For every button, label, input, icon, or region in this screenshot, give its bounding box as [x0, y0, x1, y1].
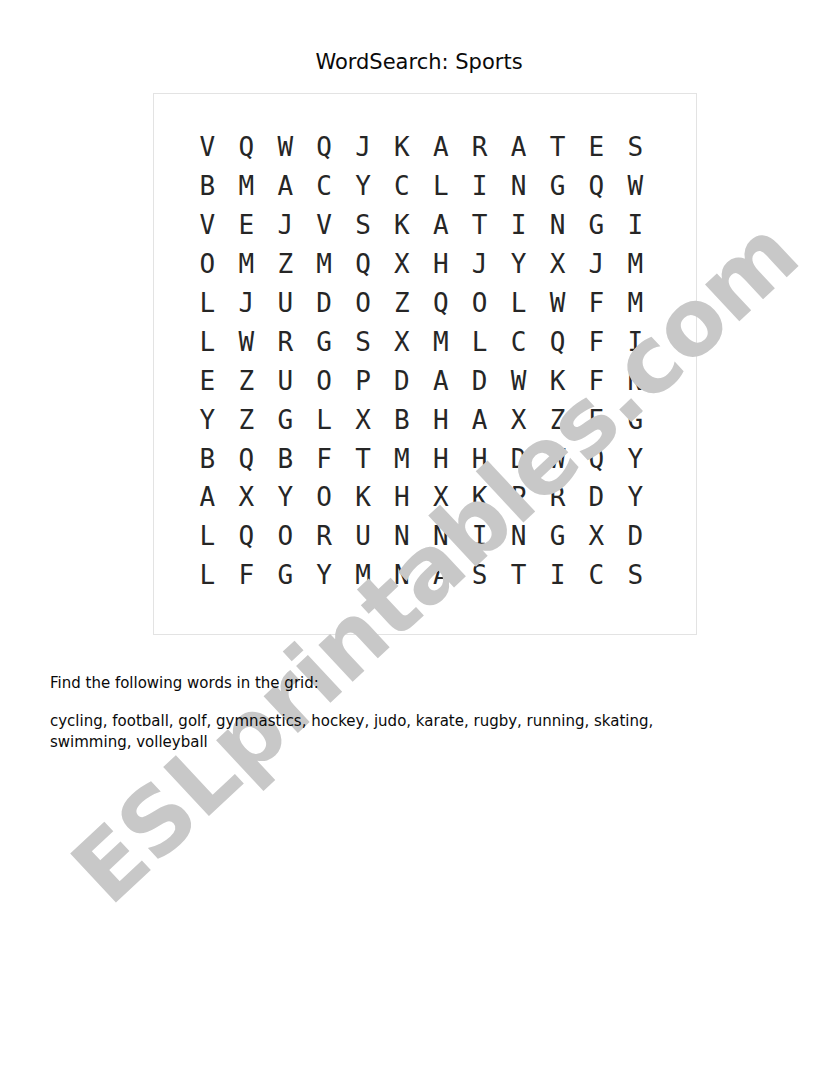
grid-cell-r1c1: V [188, 128, 227, 167]
grid-cell-r9c3: B [266, 439, 305, 478]
grid-cell-r8c4: L [305, 400, 344, 439]
grid-cell-r9c11: Q [577, 439, 616, 478]
worksheet-page: WordSearch: Sports ESLprintables.com VQW… [0, 0, 838, 1086]
grid-cell-r1c11: E [577, 128, 616, 167]
grid-cell-r7c9: W [499, 361, 538, 400]
grid-cell-r6c1: L [188, 322, 227, 361]
grid-cell-r8c1: Y [188, 400, 227, 439]
grid-cell-r12c1: L [188, 556, 227, 595]
grid-cell-r1c2: Q [227, 128, 266, 167]
grid-cell-r7c11: F [577, 361, 616, 400]
grid-cell-r5c9: L [499, 284, 538, 323]
grid-cell-r7c4: O [305, 361, 344, 400]
grid-cell-r5c8: O [460, 284, 499, 323]
grid-cell-r10c2: X [227, 478, 266, 517]
grid-cell-r5c4: D [305, 284, 344, 323]
grid-cell-r4c9: Y [499, 245, 538, 284]
grid-cell-r2c11: Q [577, 167, 616, 206]
grid-cell-r6c4: G [305, 322, 344, 361]
grid-cell-r3c2: E [227, 206, 266, 245]
word-list: cycling, football, golf, gymnastics, hoc… [50, 711, 653, 753]
grid-cell-r3c4: V [305, 206, 344, 245]
grid-cell-r2c2: M [227, 167, 266, 206]
grid-cell-r5c5: O [344, 284, 383, 323]
grid-cell-r5c2: J [227, 284, 266, 323]
grid-cell-r7c2: Z [227, 361, 266, 400]
grid-cell-r10c9: P [499, 478, 538, 517]
grid-cell-r12c6: N [382, 556, 421, 595]
grid-cell-r4c3: Z [266, 245, 305, 284]
grid-cell-r8c10: Z [538, 400, 577, 439]
grid-cell-r5c6: Z [382, 284, 421, 323]
grid-cell-r10c10: R [538, 478, 577, 517]
grid-cell-r4c4: M [305, 245, 344, 284]
grid-cell-r4c11: J [577, 245, 616, 284]
grid-cell-r8c8: A [460, 400, 499, 439]
grid-cell-r2c10: G [538, 167, 577, 206]
grid-cell-r6c5: S [344, 322, 383, 361]
grid-cell-r1c6: K [382, 128, 421, 167]
page-title: WordSearch: Sports [0, 50, 838, 74]
grid-cell-r3c11: G [577, 206, 616, 245]
grid-cell-r2c1: B [188, 167, 227, 206]
grid-cell-r7c12: N [616, 361, 655, 400]
grid-cell-r10c5: K [344, 478, 383, 517]
grid-cell-r1c12: S [616, 128, 655, 167]
grid-cell-r7c10: K [538, 361, 577, 400]
grid-cell-r11c5: U [344, 517, 383, 556]
grid-cell-r2c6: C [382, 167, 421, 206]
grid-cell-r10c7: X [421, 478, 460, 517]
grid-cell-r3c10: N [538, 206, 577, 245]
grid-cell-r5c7: Q [421, 284, 460, 323]
instruction-text: Find the following words in the grid: [50, 674, 319, 692]
grid-cell-r11c8: I [460, 517, 499, 556]
grid-cell-r7c1: E [188, 361, 227, 400]
grid-cell-r12c12: S [616, 556, 655, 595]
grid-cell-r11c12: D [616, 517, 655, 556]
grid-cell-r10c12: Y [616, 478, 655, 517]
grid-cell-r3c3: J [266, 206, 305, 245]
grid-cell-r2c4: C [305, 167, 344, 206]
grid-cell-r7c6: D [382, 361, 421, 400]
grid-cell-r5c1: L [188, 284, 227, 323]
grid-cell-r8c9: X [499, 400, 538, 439]
grid-cell-r6c10: Q [538, 322, 577, 361]
grid-cell-r6c6: X [382, 322, 421, 361]
grid-cell-r9c12: Y [616, 439, 655, 478]
grid-cell-r3c6: K [382, 206, 421, 245]
grid-cell-r11c10: G [538, 517, 577, 556]
grid-cell-r3c8: T [460, 206, 499, 245]
grid-cell-r4c12: M [616, 245, 655, 284]
grid-cell-r9c1: B [188, 439, 227, 478]
grid-cell-r4c10: X [538, 245, 577, 284]
grid-cell-r9c9: D [499, 439, 538, 478]
grid-cell-r12c7: A [421, 556, 460, 595]
grid-cell-r8c5: X [344, 400, 383, 439]
grid-cell-r4c8: J [460, 245, 499, 284]
grid-cell-r8c11: E [577, 400, 616, 439]
grid-cell-r10c8: K [460, 478, 499, 517]
grid-cell-r5c10: W [538, 284, 577, 323]
grid-cell-r11c7: N [421, 517, 460, 556]
grid-cell-r12c11: C [577, 556, 616, 595]
grid-cell-r9c6: M [382, 439, 421, 478]
word-list-line: cycling, football, golf, gymnastics, hoc… [50, 711, 653, 732]
grid-cell-r12c5: M [344, 556, 383, 595]
grid-cell-r9c4: F [305, 439, 344, 478]
grid-cell-r12c8: S [460, 556, 499, 595]
grid-cell-r1c7: A [421, 128, 460, 167]
grid-cell-r11c4: R [305, 517, 344, 556]
grid-cell-r10c6: H [382, 478, 421, 517]
grid-cell-r8c6: B [382, 400, 421, 439]
grid-cell-r5c11: F [577, 284, 616, 323]
grid-cell-r3c12: I [616, 206, 655, 245]
word-search-letter-grid: VQWQJKARATESBMACYCLINGQWVEJVSKATINGIOMZM… [188, 128, 655, 595]
grid-cell-r11c2: Q [227, 517, 266, 556]
grid-cell-r1c8: R [460, 128, 499, 167]
grid-cell-r5c12: M [616, 284, 655, 323]
grid-cell-r11c6: N [382, 517, 421, 556]
grid-cell-r6c7: M [421, 322, 460, 361]
grid-cell-r6c9: C [499, 322, 538, 361]
grid-cell-r3c7: A [421, 206, 460, 245]
grid-cell-r10c3: Y [266, 478, 305, 517]
grid-cell-r1c10: T [538, 128, 577, 167]
grid-cell-r6c12: I [616, 322, 655, 361]
grid-cell-r2c3: A [266, 167, 305, 206]
grid-cell-r12c9: T [499, 556, 538, 595]
grid-cell-r6c3: R [266, 322, 305, 361]
grid-cell-r4c6: X [382, 245, 421, 284]
grid-cell-r7c8: D [460, 361, 499, 400]
grid-cell-r10c4: O [305, 478, 344, 517]
grid-cell-r9c8: H [460, 439, 499, 478]
grid-cell-r2c12: W [616, 167, 655, 206]
grid-cell-r3c5: S [344, 206, 383, 245]
grid-cell-r1c4: Q [305, 128, 344, 167]
grid-cell-r5c3: U [266, 284, 305, 323]
grid-cell-r11c9: N [499, 517, 538, 556]
grid-cell-r2c8: I [460, 167, 499, 206]
grid-cell-r9c10: W [538, 439, 577, 478]
grid-cell-r12c4: Y [305, 556, 344, 595]
grid-cell-r12c10: I [538, 556, 577, 595]
grid-cell-r11c3: O [266, 517, 305, 556]
grid-cell-r4c1: O [188, 245, 227, 284]
grid-cell-r7c5: P [344, 361, 383, 400]
grid-cell-r2c9: N [499, 167, 538, 206]
grid-cell-r2c5: Y [344, 167, 383, 206]
grid-cell-r1c9: A [499, 128, 538, 167]
word-list-line: swimming, volleyball [50, 732, 653, 753]
grid-cell-r1c5: J [344, 128, 383, 167]
grid-cell-r6c2: W [227, 322, 266, 361]
grid-cell-r6c11: F [577, 322, 616, 361]
grid-cell-r7c3: U [266, 361, 305, 400]
word-search-grid-box: VQWQJKARATESBMACYCLINGQWVEJVSKATINGIOMZM… [153, 93, 697, 635]
grid-cell-r4c2: M [227, 245, 266, 284]
grid-cell-r4c5: Q [344, 245, 383, 284]
grid-cell-r3c1: V [188, 206, 227, 245]
grid-cell-r8c7: H [421, 400, 460, 439]
grid-cell-r1c3: W [266, 128, 305, 167]
grid-cell-r10c1: A [188, 478, 227, 517]
grid-cell-r6c8: L [460, 322, 499, 361]
grid-cell-r10c11: D [577, 478, 616, 517]
grid-cell-r12c2: F [227, 556, 266, 595]
grid-cell-r2c7: L [421, 167, 460, 206]
grid-cell-r8c3: G [266, 400, 305, 439]
grid-cell-r12c3: G [266, 556, 305, 595]
grid-cell-r9c7: H [421, 439, 460, 478]
grid-cell-r11c1: L [188, 517, 227, 556]
grid-cell-r7c7: A [421, 361, 460, 400]
grid-cell-r4c7: H [421, 245, 460, 284]
grid-cell-r8c12: G [616, 400, 655, 439]
grid-cell-r8c2: Z [227, 400, 266, 439]
grid-cell-r11c11: X [577, 517, 616, 556]
grid-cell-r9c5: T [344, 439, 383, 478]
grid-cell-r3c9: I [499, 206, 538, 245]
grid-cell-r9c2: Q [227, 439, 266, 478]
